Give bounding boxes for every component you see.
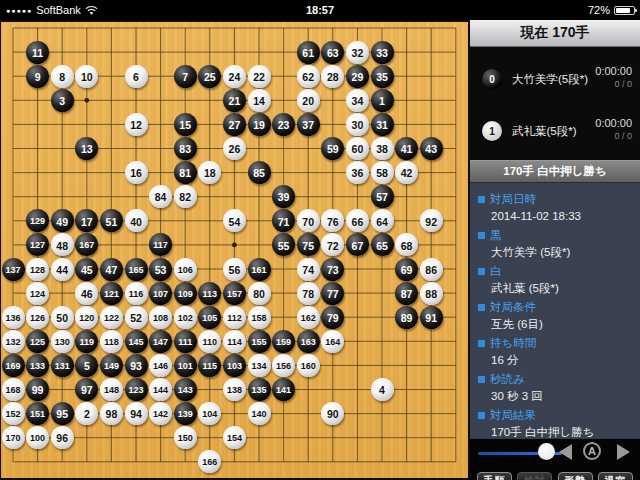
- info-item-4: 持ち時間16 分: [478, 335, 640, 369]
- stone-74: 74: [297, 258, 320, 281]
- white-player-name: 武礼葉(5段*): [512, 124, 577, 139]
- stone-22: 22: [248, 65, 271, 88]
- stone-161: 161: [248, 258, 271, 281]
- stone-27: 27: [223, 113, 246, 136]
- info-label: 対局条件: [478, 299, 640, 316]
- stone-61: 61: [297, 41, 320, 64]
- bullet-icon: [478, 376, 485, 383]
- app-screen: ●●●●● SoftBank 18:57 72% 116163323398106…: [0, 0, 640, 480]
- info-value: 2014-11-02 18:33: [478, 208, 640, 225]
- info-item-5: 秒読み30 秒 3 回: [478, 371, 640, 405]
- white-stone-icon: 1: [482, 121, 502, 141]
- stone-123: 123: [125, 378, 148, 401]
- stone-147: 147: [149, 330, 172, 353]
- stone-50: 50: [51, 306, 74, 329]
- stone-8: 8: [51, 65, 74, 88]
- info-value: 大竹美学 (5段*): [478, 244, 640, 261]
- bullet-icon: [478, 340, 485, 347]
- stone-124: 124: [26, 282, 49, 305]
- bullet-icon: [478, 268, 485, 275]
- stone-41: 41: [395, 137, 418, 160]
- battery-percent-label: 72%: [588, 4, 610, 16]
- black-periods: 0 / 0: [595, 79, 632, 89]
- status-bar: ●●●●● SoftBank 18:57 72%: [0, 0, 640, 20]
- stone-87: 87: [395, 282, 418, 305]
- stone-77: 77: [321, 282, 344, 305]
- stone-92: 92: [420, 209, 443, 232]
- stone-16: 16: [125, 161, 148, 184]
- stone-133: 133: [26, 354, 49, 377]
- stone-45: 45: [75, 258, 98, 281]
- stone-1: 1: [371, 89, 394, 112]
- info-label: 対局結果: [478, 407, 640, 424]
- info-label: 黒: [478, 227, 640, 244]
- stone-162: 162: [297, 306, 320, 329]
- bullet-icon: [478, 304, 485, 311]
- stone-106: 106: [174, 258, 197, 281]
- stone-169: 169: [2, 354, 25, 377]
- stone-126: 126: [26, 306, 49, 329]
- stone-141: 141: [272, 378, 295, 401]
- stone-11: 11: [26, 41, 49, 64]
- stone-164: 164: [321, 330, 344, 353]
- go-board-frame: 1161633233981067252422622829353211420341…: [0, 20, 470, 480]
- stone-109: 109: [174, 282, 197, 305]
- stone-148: 148: [100, 378, 123, 401]
- current-move-header: 現在 170手: [470, 20, 640, 47]
- stone-23: 23: [272, 113, 295, 136]
- moves-button[interactable]: 手順: [477, 472, 512, 480]
- evaluate-button[interactable]: 形勢: [558, 472, 593, 480]
- stone-19: 19: [248, 113, 271, 136]
- player-row-black: 0 大竹美学(5段*) 0:00:00 0 / 0: [470, 61, 640, 101]
- info-item-3: 対局条件互先 (6目): [478, 299, 640, 333]
- auto-play-button[interactable]: A: [583, 442, 601, 460]
- stone-155: 155: [248, 330, 271, 353]
- battery-icon: [614, 6, 635, 15]
- stone-93: 93: [125, 354, 148, 377]
- info-label: 白: [478, 263, 640, 280]
- black-time: 0:00:00: [595, 65, 632, 77]
- stone-101: 101: [174, 354, 197, 377]
- stone-170: 170: [2, 426, 25, 449]
- stone-37: 37: [297, 113, 320, 136]
- stone-160: 160: [297, 354, 320, 377]
- info-item-6: 対局結果170手 白中押し勝ち: [478, 407, 640, 441]
- stone-38: 38: [371, 137, 394, 160]
- stone-108: 108: [149, 306, 172, 329]
- stone-113: 113: [198, 282, 221, 305]
- stone-140: 140: [248, 402, 271, 425]
- stone-56: 56: [223, 258, 246, 281]
- stone-116: 116: [125, 282, 148, 305]
- stone-137: 137: [2, 258, 25, 281]
- stone-83: 83: [174, 137, 197, 160]
- stone-12: 12: [125, 113, 148, 136]
- stone-118: 118: [100, 330, 123, 353]
- stone-135: 135: [248, 378, 271, 401]
- stone-36: 36: [346, 161, 369, 184]
- stone-9: 9: [26, 65, 49, 88]
- stone-48: 48: [51, 233, 74, 256]
- stone-138: 138: [223, 378, 246, 401]
- stone-3: 3: [51, 89, 74, 112]
- info-value: 16 分: [478, 352, 640, 369]
- stone-33: 33: [371, 41, 394, 64]
- stone-58: 58: [371, 161, 394, 184]
- white-time: 0:00:00: [595, 117, 632, 129]
- info-item-0: 対局日時2014-11-02 18:33: [478, 191, 640, 225]
- bullet-icon: [478, 196, 485, 203]
- info-label: 秒読み: [478, 371, 640, 388]
- stone-21: 21: [223, 89, 246, 112]
- stone-134: 134: [248, 354, 271, 377]
- stone-110: 110: [198, 330, 221, 353]
- stone-10: 10: [75, 65, 98, 88]
- stone-131: 131: [51, 354, 74, 377]
- stone-62: 62: [297, 65, 320, 88]
- info-value: 30 秒 3 回: [478, 388, 640, 405]
- stone-35: 35: [371, 65, 394, 88]
- sidebar: 現在 170手 0 大竹美学(5段*) 0:00:00 0 / 0 1 武礼葉(…: [470, 20, 640, 480]
- stone-159: 159: [272, 330, 295, 353]
- leave-room-button[interactable]: 退室: [598, 472, 633, 480]
- stone-81: 81: [174, 161, 197, 184]
- stone-7: 7: [174, 65, 197, 88]
- stone-107: 107: [149, 282, 172, 305]
- stone-94: 94: [125, 402, 148, 425]
- stone-122: 122: [100, 306, 123, 329]
- stone-75: 75: [297, 233, 320, 256]
- info-label: 持ち時間: [478, 335, 640, 352]
- stone-158: 158: [248, 306, 271, 329]
- stone-80: 80: [248, 282, 271, 305]
- stone-25: 25: [198, 65, 221, 88]
- stone-128: 128: [26, 258, 49, 281]
- stone-145: 145: [125, 330, 148, 353]
- black-player-name: 大竹美学(5段*): [512, 72, 588, 87]
- playback-controls: A 手順検討形勢退室: [470, 438, 640, 480]
- info-label: 対局日時: [478, 191, 640, 208]
- stone-112: 112: [223, 306, 246, 329]
- stone-6: 6: [125, 65, 148, 88]
- stone-15: 15: [174, 113, 197, 136]
- stone-152: 152: [2, 402, 25, 425]
- info-item-2: 白武礼葉 (5段*): [478, 263, 640, 297]
- stone-89: 89: [395, 306, 418, 329]
- stone-168: 168: [2, 378, 25, 401]
- stone-69: 69: [395, 258, 418, 281]
- stone-53: 53: [149, 258, 172, 281]
- stone-73: 73: [321, 258, 344, 281]
- stone-85: 85: [248, 161, 271, 184]
- stone-99: 99: [26, 378, 49, 401]
- stone-29: 29: [346, 65, 369, 88]
- stone-79: 79: [321, 306, 344, 329]
- stone-143: 143: [174, 378, 197, 401]
- stone-146: 146: [149, 354, 172, 377]
- stone-154: 154: [223, 426, 246, 449]
- stone-60: 60: [346, 137, 369, 160]
- stone-4: 4: [371, 378, 394, 401]
- result-bar: 170手 白中押し勝ち: [470, 160, 640, 183]
- stone-114: 114: [223, 330, 246, 353]
- stone-82: 82: [174, 185, 197, 208]
- stone-163: 163: [297, 330, 320, 353]
- stone-149: 149: [100, 354, 123, 377]
- bullet-icon: [478, 412, 485, 419]
- stone-150: 150: [174, 426, 197, 449]
- stone-63: 63: [321, 41, 344, 64]
- stone-49: 49: [51, 209, 74, 232]
- stone-105: 105: [198, 306, 221, 329]
- stone-96: 96: [51, 426, 74, 449]
- stone-64: 64: [371, 209, 394, 232]
- black-stone-icon: 0: [482, 69, 502, 89]
- stone-57: 57: [371, 185, 394, 208]
- stone-40: 40: [125, 209, 148, 232]
- player-row-white: 1 武礼葉(5段*) 0:00:00 0 / 0: [470, 113, 640, 153]
- stone-47: 47: [100, 258, 123, 281]
- game-info-panel: 対局日時2014-11-02 18:33黒大竹美学 (5段*)白武礼葉 (5段*…: [470, 183, 640, 438]
- stone-103: 103: [223, 354, 246, 377]
- stone-52: 52: [125, 306, 148, 329]
- black-clock: 0:00:00 0 / 0: [595, 65, 632, 89]
- go-board[interactable]: 1161633233981067252422622829353211420341…: [1, 22, 468, 478]
- stone-144: 144: [149, 378, 172, 401]
- stone-132: 132: [2, 330, 25, 353]
- stone-88: 88: [420, 282, 443, 305]
- white-periods: 0 / 0: [595, 131, 632, 141]
- stone-98: 98: [100, 402, 123, 425]
- stone-95: 95: [51, 402, 74, 425]
- move-slider-knob[interactable]: [538, 443, 555, 460]
- stone-136: 136: [2, 306, 25, 329]
- stone-65: 65: [371, 233, 394, 256]
- stone-165: 165: [125, 258, 148, 281]
- info-value: 互先 (6目): [478, 316, 640, 333]
- stone-120: 120: [75, 306, 98, 329]
- info-value: 武礼葉 (5段*): [478, 280, 640, 297]
- next-move-button[interactable]: [617, 444, 630, 460]
- stone-157: 157: [223, 282, 246, 305]
- stone-130: 130: [51, 330, 74, 353]
- status-right: 72%: [588, 0, 635, 20]
- review-button[interactable]: 検討: [517, 472, 552, 480]
- stone-46: 46: [75, 282, 98, 305]
- stone-119: 119: [75, 330, 98, 353]
- players-panel: 0 大竹美学(5段*) 0:00:00 0 / 0 1 武礼葉(5段*) 0:0…: [470, 47, 640, 160]
- stone-70: 70: [297, 209, 320, 232]
- stone-125: 125: [26, 330, 49, 353]
- info-item-1: 黒大竹美学 (5段*): [478, 227, 640, 261]
- stone-32: 32: [346, 41, 369, 64]
- stone-14: 14: [248, 89, 271, 112]
- stone-86: 86: [420, 258, 443, 281]
- clock-label: 18:57: [0, 4, 640, 16]
- stone-111: 111: [174, 330, 197, 353]
- stone-78: 78: [297, 282, 320, 305]
- stone-121: 121: [100, 282, 123, 305]
- white-clock: 0:00:00 0 / 0: [595, 117, 632, 141]
- stone-102: 102: [174, 306, 197, 329]
- stone-20: 20: [297, 89, 320, 112]
- stone-31: 31: [371, 113, 394, 136]
- stone-30: 30: [346, 113, 369, 136]
- stone-44: 44: [51, 258, 74, 281]
- stone-156: 156: [272, 354, 295, 377]
- action-buttons: 手順検討形勢退室: [470, 472, 640, 480]
- bullet-icon: [478, 232, 485, 239]
- stone-26: 26: [223, 137, 246, 160]
- stone-28: 28: [321, 65, 344, 88]
- stone-34: 34: [346, 89, 369, 112]
- stone-91: 91: [420, 306, 443, 329]
- stone-24: 24: [223, 65, 246, 88]
- prev-move-button[interactable]: [559, 444, 572, 460]
- stone-43: 43: [420, 137, 443, 160]
- stone-139: 139: [174, 402, 197, 425]
